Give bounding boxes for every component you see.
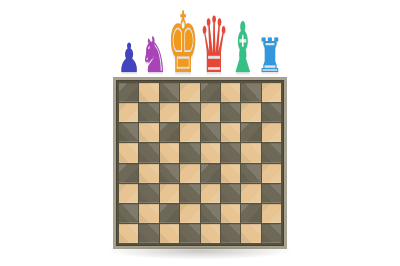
piece-king: ♚ [167,1,198,85]
square-g6 [241,123,260,142]
square-h4 [262,164,281,183]
square-g8 [241,83,260,102]
square-g2 [241,204,260,223]
square-e1 [201,224,220,243]
square-b1 [139,224,158,243]
square-h3 [262,184,281,203]
square-c8 [160,83,179,102]
square-a5 [119,143,138,162]
square-f2 [221,204,240,223]
square-h8 [262,83,281,102]
square-g5 [241,143,260,162]
square-d8 [180,83,199,102]
piece-knight: ♞ [140,31,168,80]
square-a8 [119,83,138,102]
square-c3 [160,184,179,203]
square-a4 [119,164,138,183]
piece-bishop: ♝ [229,13,257,83]
square-a2 [119,204,138,223]
square-e2 [201,204,220,223]
square-b8 [139,83,158,102]
square-h5 [262,143,281,162]
square-a1 [119,224,138,243]
piece-rook: ♜ [257,32,283,79]
square-c1 [160,224,179,243]
square-g7 [241,103,260,122]
square-e6 [201,123,220,142]
square-d4 [180,164,199,183]
square-f6 [221,123,240,142]
square-c6 [160,123,179,142]
square-e8 [201,83,220,102]
square-e5 [201,143,220,162]
square-d6 [180,123,199,142]
square-d5 [180,143,199,162]
piece-queen: ♛ [198,7,228,84]
square-a3 [119,184,138,203]
pieces-row: ♟♞♚♛♝♜ [114,10,286,72]
square-h6 [262,123,281,142]
square-e7 [201,103,220,122]
square-a7 [119,103,138,122]
square-b4 [139,164,158,183]
square-a6 [119,123,138,142]
square-b7 [139,103,158,122]
square-d1 [180,224,199,243]
square-c2 [160,204,179,223]
square-h1 [262,224,281,243]
square-f8 [221,83,240,102]
square-f4 [221,164,240,183]
square-c5 [160,143,179,162]
square-f3 [221,184,240,203]
square-e3 [201,184,220,203]
square-d3 [180,184,199,203]
square-h7 [262,103,281,122]
piece-pawn: ♟ [117,38,140,78]
square-b5 [139,143,158,162]
square-f7 [221,103,240,122]
illustration-canvas: ♟♞♚♛♝♜ [0,0,400,266]
square-c7 [160,103,179,122]
square-g4 [241,164,260,183]
square-h2 [262,204,281,223]
square-c4 [160,164,179,183]
square-d7 [180,103,199,122]
chessboard [114,78,286,248]
chessboard-grid [119,83,281,243]
square-g3 [241,184,260,203]
square-f1 [221,224,240,243]
square-b6 [139,123,158,142]
square-e4 [201,164,220,183]
square-b2 [139,204,158,223]
square-b3 [139,184,158,203]
square-g1 [241,224,260,243]
board-drop-shadow [103,247,297,260]
square-d2 [180,204,199,223]
square-f5 [221,143,240,162]
